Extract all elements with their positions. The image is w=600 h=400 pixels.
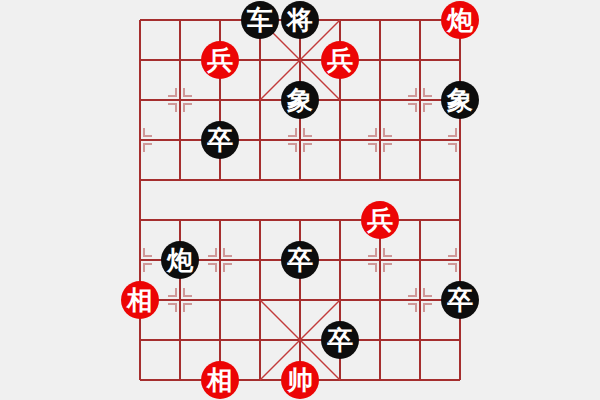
intersection-4-7[interactable] bbox=[280, 280, 320, 320]
intersection-8-7[interactable]: 卒 bbox=[440, 280, 480, 320]
intersection-5-8[interactable]: 卒 bbox=[320, 320, 360, 360]
intersection-4-1[interactable] bbox=[280, 40, 320, 80]
intersection-1-5[interactable] bbox=[160, 200, 200, 240]
intersection-8-0[interactable]: 炮 bbox=[440, 0, 480, 40]
piece-red-soldier[interactable]: 兵 bbox=[201, 41, 239, 79]
intersection-6-4[interactable] bbox=[360, 160, 400, 200]
piece-red-general[interactable]: 帅 bbox=[281, 361, 319, 399]
intersection-6-7[interactable] bbox=[360, 280, 400, 320]
intersection-2-0[interactable] bbox=[200, 0, 240, 40]
intersection-2-1[interactable]: 兵 bbox=[200, 40, 240, 80]
intersection-4-4[interactable] bbox=[280, 160, 320, 200]
intersection-8-1[interactable] bbox=[440, 40, 480, 80]
intersection-4-2[interactable]: 象 bbox=[280, 80, 320, 120]
intersection-5-3[interactable] bbox=[320, 120, 360, 160]
piece-black-chariot[interactable]: 车 bbox=[241, 1, 279, 39]
intersection-2-4[interactable] bbox=[200, 160, 240, 200]
intersection-2-6[interactable] bbox=[200, 240, 240, 280]
intersection-6-2[interactable] bbox=[360, 80, 400, 120]
intersection-2-5[interactable] bbox=[200, 200, 240, 240]
intersection-0-2[interactable] bbox=[120, 80, 160, 120]
intersection-8-8[interactable] bbox=[440, 320, 480, 360]
intersection-5-7[interactable] bbox=[320, 280, 360, 320]
piece-red-elephant[interactable]: 相 bbox=[121, 281, 159, 319]
intersection-8-6[interactable] bbox=[440, 240, 480, 280]
intersection-2-7[interactable] bbox=[200, 280, 240, 320]
piece-black-soldier[interactable]: 卒 bbox=[201, 121, 239, 159]
intersection-5-2[interactable] bbox=[320, 80, 360, 120]
xiangqi-board: 车将炮兵兵象象卒兵炮卒相卒卒相帅 bbox=[120, 0, 480, 400]
intersection-1-0[interactable] bbox=[160, 0, 200, 40]
intersection-4-9[interactable]: 帅 bbox=[280, 360, 320, 400]
piece-red-soldier[interactable]: 兵 bbox=[321, 41, 359, 79]
piece-black-elephant[interactable]: 象 bbox=[441, 81, 479, 119]
intersection-6-1[interactable] bbox=[360, 40, 400, 80]
intersection-2-2[interactable] bbox=[200, 80, 240, 120]
intersection-4-8[interactable] bbox=[280, 320, 320, 360]
intersection-4-6[interactable]: 卒 bbox=[280, 240, 320, 280]
intersection-0-7[interactable]: 相 bbox=[120, 280, 160, 320]
intersection-7-9[interactable] bbox=[400, 360, 440, 400]
piece-black-elephant[interactable]: 象 bbox=[281, 81, 319, 119]
intersection-1-6[interactable]: 炮 bbox=[160, 240, 200, 280]
intersection-1-7[interactable] bbox=[160, 280, 200, 320]
intersection-3-8[interactable] bbox=[240, 320, 280, 360]
xiangqi-screen: 车将炮兵兵象象卒兵炮卒相卒卒相帅 bbox=[0, 0, 600, 400]
intersection-3-1[interactable] bbox=[240, 40, 280, 80]
intersection-3-6[interactable] bbox=[240, 240, 280, 280]
intersection-0-1[interactable] bbox=[120, 40, 160, 80]
intersection-3-9[interactable] bbox=[240, 360, 280, 400]
intersection-1-9[interactable] bbox=[160, 360, 200, 400]
intersection-6-6[interactable] bbox=[360, 240, 400, 280]
piece-black-soldier[interactable]: 卒 bbox=[441, 281, 479, 319]
intersection-7-6[interactable] bbox=[400, 240, 440, 280]
intersection-2-3[interactable]: 卒 bbox=[200, 120, 240, 160]
board-points: 车将炮兵兵象象卒兵炮卒相卒卒相帅 bbox=[120, 0, 480, 400]
intersection-4-5[interactable] bbox=[280, 200, 320, 240]
intersection-3-5[interactable] bbox=[240, 200, 280, 240]
intersection-1-8[interactable] bbox=[160, 320, 200, 360]
piece-black-cannon[interactable]: 炮 bbox=[161, 241, 199, 279]
intersection-2-9[interactable]: 相 bbox=[200, 360, 240, 400]
intersection-1-1[interactable] bbox=[160, 40, 200, 80]
intersection-0-9[interactable] bbox=[120, 360, 160, 400]
piece-black-soldier[interactable]: 卒 bbox=[321, 321, 359, 359]
intersection-5-1[interactable]: 兵 bbox=[320, 40, 360, 80]
intersection-5-5[interactable] bbox=[320, 200, 360, 240]
intersection-0-5[interactable] bbox=[120, 200, 160, 240]
intersection-8-9[interactable] bbox=[440, 360, 480, 400]
intersection-4-3[interactable] bbox=[280, 120, 320, 160]
intersection-7-8[interactable] bbox=[400, 320, 440, 360]
intersection-8-4[interactable] bbox=[440, 160, 480, 200]
intersection-7-0[interactable] bbox=[400, 0, 440, 40]
intersection-1-4[interactable] bbox=[160, 160, 200, 200]
intersection-7-2[interactable] bbox=[400, 80, 440, 120]
intersection-2-8[interactable] bbox=[200, 320, 240, 360]
intersection-7-3[interactable] bbox=[400, 120, 440, 160]
intersection-6-0[interactable] bbox=[360, 0, 400, 40]
intersection-7-1[interactable] bbox=[400, 40, 440, 80]
intersection-6-9[interactable] bbox=[360, 360, 400, 400]
intersection-0-3[interactable] bbox=[120, 120, 160, 160]
intersection-0-6[interactable] bbox=[120, 240, 160, 280]
intersection-3-3[interactable] bbox=[240, 120, 280, 160]
intersection-3-4[interactable] bbox=[240, 160, 280, 200]
intersection-5-0[interactable] bbox=[320, 0, 360, 40]
intersection-1-3[interactable] bbox=[160, 120, 200, 160]
piece-red-cannon[interactable]: 炮 bbox=[441, 1, 479, 39]
intersection-3-2[interactable] bbox=[240, 80, 280, 120]
piece-black-soldier[interactable]: 卒 bbox=[281, 241, 319, 279]
intersection-7-4[interactable] bbox=[400, 160, 440, 200]
intersection-6-5[interactable]: 兵 bbox=[360, 200, 400, 240]
intersection-8-3[interactable] bbox=[440, 120, 480, 160]
intersection-0-0[interactable] bbox=[120, 0, 160, 40]
intersection-0-4[interactable] bbox=[120, 160, 160, 200]
intersection-7-5[interactable] bbox=[400, 200, 440, 240]
intersection-0-8[interactable] bbox=[120, 320, 160, 360]
intersection-8-5[interactable] bbox=[440, 200, 480, 240]
intersection-5-6[interactable] bbox=[320, 240, 360, 280]
intersection-5-4[interactable] bbox=[320, 160, 360, 200]
piece-red-soldier[interactable]: 兵 bbox=[361, 201, 399, 239]
intersection-1-2[interactable] bbox=[160, 80, 200, 120]
piece-black-general[interactable]: 将 bbox=[281, 1, 319, 39]
intersection-8-2[interactable]: 象 bbox=[440, 80, 480, 120]
intersection-7-7[interactable] bbox=[400, 280, 440, 320]
intersection-3-7[interactable] bbox=[240, 280, 280, 320]
intersection-6-8[interactable] bbox=[360, 320, 400, 360]
intersection-4-0[interactable]: 将 bbox=[280, 0, 320, 40]
piece-red-elephant[interactable]: 相 bbox=[201, 361, 239, 399]
intersection-5-9[interactable] bbox=[320, 360, 360, 400]
intersection-3-0[interactable]: 车 bbox=[240, 0, 280, 40]
intersection-6-3[interactable] bbox=[360, 120, 400, 160]
